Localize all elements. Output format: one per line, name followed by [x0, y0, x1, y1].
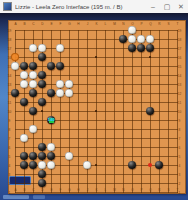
coord-label-top: Q [146, 22, 153, 26]
app-icon [3, 2, 12, 11]
coord-label-bottom: H [74, 188, 81, 192]
white-stone [20, 71, 28, 79]
white-stone [29, 44, 37, 52]
grid-line [15, 129, 178, 130]
black-stone [38, 98, 46, 106]
coord-label-left: 18 [6, 37, 13, 41]
black-stone [146, 44, 154, 52]
black-stone [128, 161, 136, 169]
coord-label-left: 14 [6, 73, 13, 77]
coord-label-top: T [173, 22, 180, 26]
coord-label-right: 14 [175, 73, 182, 77]
coord-label-left: 3 [6, 172, 13, 176]
grid-line [114, 30, 115, 193]
coord-label-right: 2 [175, 181, 182, 185]
black-stone [11, 89, 19, 97]
coord-label-right: 8 [175, 127, 182, 131]
coord-label-top: D [38, 22, 45, 26]
black-stone [20, 161, 28, 169]
grid-line [105, 30, 106, 193]
coord-label-top: O [128, 22, 135, 26]
minimize-button[interactable]: – [146, 0, 160, 13]
coord-label-left: 9 [6, 118, 13, 122]
coord-label-right: 4 [175, 163, 182, 167]
white-stone [38, 161, 46, 169]
black-stone [38, 80, 46, 88]
window-controls: – ▢ ✕ [146, 0, 188, 13]
white-stone [65, 152, 73, 160]
black-stone [47, 89, 55, 97]
coord-label-top: C [29, 22, 36, 26]
window-title: Lizzie - Leela Zero Interface (195 m. / … [15, 4, 146, 10]
coord-label-top: K [92, 22, 99, 26]
black-stone [38, 143, 46, 151]
coord-label-right: 12 [175, 91, 182, 95]
grid-line [123, 30, 124, 193]
white-stone [11, 62, 19, 70]
coord-label-right: 5 [175, 154, 182, 158]
coord-label-right: 17 [175, 46, 182, 50]
coord-label-bottom: P [137, 188, 144, 192]
candidate-move-marker [11, 53, 19, 61]
coord-label-left: 10 [6, 109, 13, 113]
status-text-smudge2 [33, 195, 45, 199]
coord-label-right: 3 [175, 172, 182, 176]
white-stone [137, 35, 145, 43]
coord-label-top: G [65, 22, 72, 26]
coord-label-left: 17 [6, 46, 13, 50]
candidate-move-dot [148, 163, 152, 167]
black-stone [29, 62, 37, 70]
coord-label-bottom: K [92, 188, 99, 192]
star-point [95, 56, 97, 58]
black-stone [119, 35, 127, 43]
coord-label-top: S [164, 22, 171, 26]
coord-label-bottom: D [38, 188, 45, 192]
white-stone [128, 35, 136, 43]
grid-line [15, 120, 178, 121]
black-stone [137, 44, 145, 52]
coord-label-top: J [83, 22, 90, 26]
lizzie-window: Lizzie - Leela Zero Interface (195 m. / … [0, 0, 188, 200]
white-stone [47, 161, 55, 169]
maximize-button[interactable]: ▢ [160, 0, 174, 13]
coord-label-right: 10 [175, 109, 182, 113]
coord-label-right: 9 [175, 118, 182, 122]
coord-label-bottom: E [47, 188, 54, 192]
black-stone [20, 62, 28, 70]
coord-label-top: R [155, 22, 162, 26]
black-stone [38, 170, 46, 178]
coord-label-bottom: R [155, 188, 162, 192]
white-stone [56, 80, 64, 88]
black-stone [128, 44, 136, 52]
move-number-label: 140 [48, 117, 55, 121]
grid-line [15, 192, 178, 193]
grid-line [168, 30, 169, 193]
coord-label-left: 2 [6, 181, 13, 185]
star-point [95, 164, 97, 166]
white-stone [20, 134, 28, 142]
white-stone [20, 80, 28, 88]
grid-line [15, 138, 178, 139]
coord-label-bottom: J [83, 188, 90, 192]
white-stone [65, 89, 73, 97]
black-stone [38, 152, 46, 160]
grid-line [141, 30, 142, 193]
coord-label-left: 8 [6, 127, 13, 131]
coord-label-right: 19 [175, 28, 182, 32]
white-stone [146, 35, 154, 43]
coord-label-right: 18 [175, 37, 182, 41]
star-point [41, 110, 43, 112]
coord-label-left: 19 [6, 28, 13, 32]
black-stone [20, 152, 28, 160]
goban[interactable]: AABBCCDDEEFFGGHHJJKKLLMMNNOOPPQQRRSSTT19… [8, 20, 186, 194]
white-stone [38, 44, 46, 52]
coord-label-bottom: B [20, 188, 27, 192]
black-stone [38, 179, 46, 187]
coord-label-right: 11 [175, 100, 182, 104]
white-stone [29, 80, 37, 88]
coord-label-top: E [47, 22, 54, 26]
coord-label-bottom: C [29, 188, 36, 192]
coord-label-top: B [20, 22, 27, 26]
coord-label-left: 1 [6, 190, 13, 194]
white-stone [29, 125, 37, 133]
coord-label-top: H [74, 22, 81, 26]
coord-label-right: 6 [175, 145, 182, 149]
coord-label-left: 5 [6, 154, 13, 158]
coord-label-bottom: Q [146, 188, 153, 192]
black-stone [47, 152, 55, 160]
coord-label-left: 4 [6, 163, 13, 167]
coord-label-left: 6 [6, 145, 13, 149]
black-stone [29, 89, 37, 97]
coord-label-right: 7 [175, 136, 182, 140]
coord-label-right: 1 [175, 190, 182, 194]
coord-label-top: P [137, 22, 144, 26]
star-point [95, 110, 97, 112]
black-stone [146, 107, 154, 115]
white-stone [65, 80, 73, 88]
coord-label-right: 13 [175, 82, 182, 86]
coord-label-bottom: O [128, 188, 135, 192]
black-stone [29, 107, 37, 115]
black-stone [29, 161, 37, 169]
coord-label-top: F [56, 22, 63, 26]
coord-label-bottom: L [101, 188, 108, 192]
black-stone [38, 71, 46, 79]
black-stone [155, 161, 163, 169]
white-stone [56, 44, 64, 52]
black-stone [20, 98, 28, 106]
coord-label-top: A [11, 22, 18, 26]
coord-label-top: L [101, 22, 108, 26]
coord-label-left: 13 [6, 82, 13, 86]
coord-label-left: 11 [6, 100, 13, 104]
coord-label-left: 7 [6, 136, 13, 140]
coord-label-bottom: M [110, 188, 117, 192]
black-stone [38, 53, 46, 61]
white-stone [128, 26, 136, 34]
star-point [149, 56, 151, 58]
coord-label-bottom: G [65, 188, 72, 192]
coord-label-bottom: N [119, 188, 126, 192]
status-text-smudge [3, 195, 29, 199]
white-stone [56, 89, 64, 97]
coord-label-bottom: S [164, 188, 171, 192]
white-stone [47, 143, 55, 151]
coord-label-right: 16 [175, 55, 182, 59]
coord-label-top: M [110, 22, 117, 26]
white-stone [29, 71, 37, 79]
coord-label-right: 15 [175, 64, 182, 68]
coord-label-top: N [119, 22, 126, 26]
black-stone [47, 62, 55, 70]
title-bar: Lizzie - Leela Zero Interface (195 m. / … [0, 0, 188, 14]
white-stone [83, 161, 91, 169]
black-stone [29, 152, 37, 160]
coord-label-bottom: F [56, 188, 63, 192]
black-stone [56, 62, 64, 70]
close-button[interactable]: ✕ [174, 0, 188, 13]
